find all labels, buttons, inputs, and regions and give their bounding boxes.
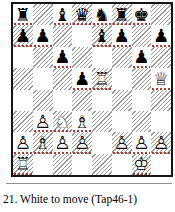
piece-fill: ♝ [72,111,92,132]
piece-white-queen-h5: ♕ [151,68,171,89]
piece-fill: ♜ [13,154,33,175]
piece-white-rook-e5: ♖ [92,68,112,89]
square-f6[interactable] [112,47,132,68]
square-e5[interactable]: ♜♖ [92,68,112,89]
square-a6[interactable] [13,47,33,68]
piece-black-pawn-g6: ♟ [132,47,152,68]
piece-white-king-g1: ♔ [132,154,152,175]
square-c7[interactable] [53,25,73,46]
chess-board: ♜♝♛♞♜♚♟♟♝♟♟♟♟♟♜♖♛♕♟♙♞♘♝♗♟♙♝♗♟♙♟♙♟♙♟♙♟♙♜♖… [11,2,173,177]
square-a5[interactable] [13,68,33,89]
square-c6[interactable]: ♟ [53,47,73,68]
piece-white-pawn-a2: ♙ [13,132,33,153]
piece-black-pawn-b7: ♟ [33,25,53,46]
figure-caption: 21. White to move (Tap46-1) [3,193,173,205]
piece-fill: ♟ [72,132,92,153]
piece-black-bishop-e7: ♝ [92,25,112,46]
square-g1[interactable]: ♚♔ [132,154,152,175]
piece-white-pawn-g2: ♙ [132,132,152,153]
square-e8[interactable]: ♞ [92,4,112,25]
square-e1[interactable] [92,154,112,175]
square-b5[interactable] [33,68,53,89]
square-d1[interactable] [72,154,92,175]
piece-white-pawn-d2: ♙ [72,132,92,153]
square-d3[interactable]: ♝♗ [72,111,92,132]
piece-white-pawn-b3: ♙ [33,111,53,132]
piece-black-rook-f8: ♜ [112,4,132,25]
square-d5[interactable]: ♟ [72,68,92,89]
square-g4[interactable] [132,90,152,111]
square-h8[interactable] [151,4,171,25]
square-h3[interactable] [151,111,171,132]
piece-fill: ♛ [151,68,171,89]
piece-black-pawn-f7: ♟ [112,25,132,46]
piece-white-bishop-d3: ♗ [72,111,92,132]
piece-fill: ♟ [132,132,152,153]
piece-fill: ♟ [151,132,171,153]
square-c5[interactable] [53,68,73,89]
piece-white-pawn-f2: ♙ [112,132,132,153]
square-a2[interactable]: ♟♙ [13,132,33,153]
square-b8[interactable] [33,4,53,25]
piece-black-rook-a8: ♜ [13,4,33,25]
square-a8[interactable]: ♜ [13,4,33,25]
figure-rule [6,183,172,184]
square-e7[interactable]: ♝ [92,25,112,46]
square-g2[interactable]: ♟♙ [132,132,152,153]
square-b4[interactable] [33,90,53,111]
square-c4[interactable] [53,90,73,111]
piece-black-king-g8: ♚ [132,4,152,25]
piece-white-pawn-c2: ♙ [53,132,73,153]
square-b6[interactable] [33,47,53,68]
square-c8[interactable]: ♝ [53,4,73,25]
square-f1[interactable] [112,154,132,175]
piece-fill: ♟ [33,111,53,132]
square-g8[interactable]: ♚ [132,4,152,25]
square-a7[interactable]: ♟ [13,25,33,46]
piece-white-pawn-h2: ♙ [151,132,171,153]
square-f5[interactable] [112,68,132,89]
square-h1[interactable] [151,154,171,175]
piece-fill: ♝ [33,132,53,153]
square-a1[interactable]: ♜♖ [13,154,33,175]
square-a4[interactable] [13,90,33,111]
piece-white-bishop-b2: ♗ [33,132,53,153]
square-d8[interactable]: ♛ [72,4,92,25]
square-d6[interactable] [72,47,92,68]
square-d4[interactable] [72,90,92,111]
square-f7[interactable]: ♟ [112,25,132,46]
square-f3[interactable] [112,111,132,132]
square-f2[interactable]: ♟♙ [112,132,132,153]
piece-black-pawn-c6: ♟ [53,47,73,68]
square-g6[interactable]: ♟ [132,47,152,68]
square-e3[interactable] [92,111,112,132]
diagram-figure: ♜♝♛♞♜♚♟♟♝♟♟♟♟♟♜♖♛♕♟♙♞♘♝♗♟♙♝♗♟♙♟♙♟♙♟♙♟♙♜♖… [0,0,175,212]
square-f4[interactable] [112,90,132,111]
piece-fill: ♟ [13,132,33,153]
square-e6[interactable] [92,47,112,68]
piece-white-knight-c3: ♘ [53,111,73,132]
square-h4[interactable] [151,90,171,111]
square-b2[interactable]: ♝♗ [33,132,53,153]
square-h5[interactable]: ♛♕ [151,68,171,89]
piece-black-pawn-h7: ♟ [151,25,171,46]
piece-fill: ♟ [112,132,132,153]
square-g3[interactable] [132,111,152,132]
piece-fill: ♞ [53,111,73,132]
piece-black-bishop-c8: ♝ [53,4,73,25]
square-b3[interactable]: ♟♙ [33,111,53,132]
piece-fill: ♟ [53,132,73,153]
piece-black-queen-d8: ♛ [72,4,92,25]
square-c3[interactable]: ♞♘ [53,111,73,132]
square-h6[interactable] [151,47,171,68]
square-g7[interactable] [132,25,152,46]
square-e4[interactable] [92,90,112,111]
piece-black-pawn-a7: ♟ [13,25,33,46]
square-h7[interactable]: ♟ [151,25,171,46]
square-f8[interactable]: ♜ [112,4,132,25]
square-e2[interactable] [92,132,112,153]
square-h2[interactable]: ♟♙ [151,132,171,153]
square-b7[interactable]: ♟ [33,25,53,46]
square-d7[interactable] [72,25,92,46]
square-c2[interactable]: ♟♙ [53,132,73,153]
square-c1[interactable] [53,154,73,175]
piece-white-rook-a1: ♖ [13,154,33,175]
square-a3[interactable] [13,111,33,132]
piece-black-knight-e8: ♞ [92,4,112,25]
square-d2[interactable]: ♟♙ [72,132,92,153]
square-b1[interactable] [33,154,53,175]
piece-fill: ♚ [132,154,152,175]
piece-fill: ♜ [92,68,112,89]
square-g5[interactable] [132,68,152,89]
piece-black-pawn-d5: ♟ [72,68,92,89]
